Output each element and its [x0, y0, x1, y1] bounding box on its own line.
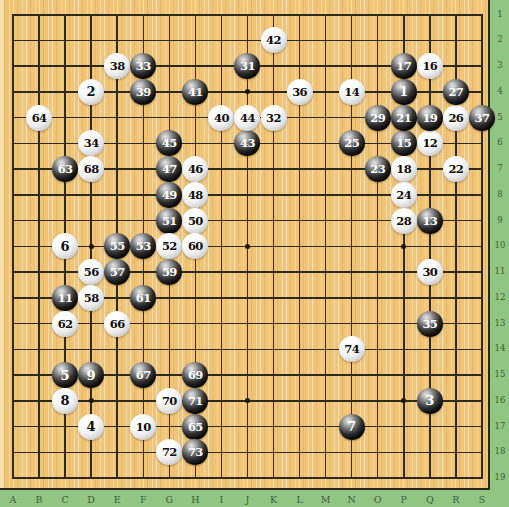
- stone-black-O7: 23: [365, 156, 391, 182]
- stone-white-K2: 42: [261, 27, 287, 53]
- stone-black-H17: 65: [182, 414, 208, 440]
- stone-white-F17: 10: [130, 414, 156, 440]
- star-point-D16: [89, 398, 94, 403]
- stone-black-G7: 47: [156, 156, 182, 182]
- stone-black-Q13: 35: [417, 311, 443, 337]
- stone-black-S5: 37: [469, 105, 495, 131]
- stone-black-G8: 49: [156, 182, 182, 208]
- column-label-P: P: [395, 492, 413, 507]
- stone-black-N6: 25: [339, 130, 365, 156]
- stone-black-J3: 31: [234, 53, 260, 79]
- stone-white-N4: 14: [339, 79, 365, 105]
- column-label-G: G: [160, 492, 178, 507]
- stone-white-D12: 58: [78, 285, 104, 311]
- stone-black-H16: 71: [182, 388, 208, 414]
- stone-white-D11: 56: [78, 259, 104, 285]
- column-label-K: K: [265, 492, 283, 507]
- stone-white-R7: 22: [443, 156, 469, 182]
- row-label-8: 8: [492, 188, 508, 200]
- column-label-D: D: [82, 492, 100, 507]
- grid-line: [325, 14, 327, 480]
- stone-white-P7: 18: [391, 156, 417, 182]
- stone-black-J6: 43: [234, 130, 260, 156]
- stone-black-E10: 55: [104, 233, 130, 259]
- stone-black-Q9: 13: [417, 208, 443, 234]
- stone-white-P8: 24: [391, 182, 417, 208]
- grid-line: [12, 323, 483, 325]
- column-label-H: H: [186, 492, 204, 507]
- stone-black-G11: 59: [156, 259, 182, 285]
- stone-black-N17: 7: [339, 414, 365, 440]
- stone-white-D4: 2: [78, 79, 104, 105]
- stone-black-R4: 27: [443, 79, 469, 105]
- stone-black-C7: 63: [52, 156, 78, 182]
- column-label-S: S: [473, 492, 491, 507]
- stone-black-G6: 45: [156, 130, 182, 156]
- star-point-J10: [245, 244, 250, 249]
- stone-black-P3: 17: [391, 53, 417, 79]
- column-label-I: I: [212, 492, 230, 507]
- stone-black-H4: 41: [182, 79, 208, 105]
- row-label-7: 7: [492, 162, 508, 174]
- grid-line: [12, 477, 483, 479]
- stone-white-E13: 66: [104, 311, 130, 337]
- stone-white-J5: 44: [234, 105, 260, 131]
- grid-line: [273, 14, 275, 480]
- row-label-3: 3: [492, 59, 508, 71]
- column-label-A: A: [4, 492, 22, 507]
- grid-line: [377, 14, 379, 480]
- column-label-M: M: [317, 492, 335, 507]
- stone-black-F3: 33: [130, 53, 156, 79]
- stone-white-D17: 4: [78, 414, 104, 440]
- stone-white-H9: 50: [182, 208, 208, 234]
- stone-white-N14: 74: [339, 336, 365, 362]
- stone-white-H10: 60: [182, 233, 208, 259]
- stone-black-H15: 69: [182, 362, 208, 388]
- stone-black-F15: 67: [130, 362, 156, 388]
- stone-black-C12: 11: [52, 285, 78, 311]
- row-label-18: 18: [492, 445, 508, 457]
- stone-white-H8: 48: [182, 182, 208, 208]
- stone-black-P6: 15: [391, 130, 417, 156]
- stone-white-D6: 34: [78, 130, 104, 156]
- stone-black-E11: 57: [104, 259, 130, 285]
- stone-black-D15: 9: [78, 362, 104, 388]
- row-label-12: 12: [492, 291, 508, 303]
- stone-white-K5: 32: [261, 105, 287, 131]
- stone-white-G10: 52: [156, 233, 182, 259]
- column-label-J: J: [238, 492, 256, 507]
- stone-black-F4: 39: [130, 79, 156, 105]
- row-label-11: 11: [492, 265, 508, 277]
- row-label-6: 6: [492, 136, 508, 148]
- stone-black-G9: 51: [156, 208, 182, 234]
- stone-white-D7: 68: [78, 156, 104, 182]
- stone-white-C10: 6: [52, 233, 78, 259]
- row-label-2: 2: [492, 33, 508, 45]
- stone-black-Q16: 3: [417, 388, 443, 414]
- stone-white-R5: 26: [443, 105, 469, 131]
- star-point-P16: [401, 398, 406, 403]
- row-label-1: 1: [492, 8, 508, 20]
- row-label-15: 15: [492, 368, 508, 380]
- star-point-J16: [245, 398, 250, 403]
- stone-white-Q3: 16: [417, 53, 443, 79]
- stone-white-G18: 72: [156, 439, 182, 465]
- row-label-17: 17: [492, 420, 508, 432]
- grid-line: [481, 14, 483, 480]
- stone-black-P5: 21: [391, 105, 417, 131]
- column-label-E: E: [108, 492, 126, 507]
- column-label-B: B: [30, 492, 48, 507]
- stone-black-H18: 73: [182, 439, 208, 465]
- grid-line: [12, 349, 483, 351]
- stone-white-I5: 40: [208, 105, 234, 131]
- row-label-10: 10: [492, 239, 508, 251]
- column-label-F: F: [134, 492, 152, 507]
- column-label-R: R: [447, 492, 465, 507]
- column-label-O: O: [369, 492, 387, 507]
- row-label-13: 13: [492, 317, 508, 329]
- stone-white-G16: 70: [156, 388, 182, 414]
- row-label-4: 4: [492, 85, 508, 97]
- stone-black-C15: 5: [52, 362, 78, 388]
- stone-black-F12: 61: [130, 285, 156, 311]
- row-label-19: 19: [492, 471, 508, 483]
- row-label-9: 9: [492, 214, 508, 226]
- stone-black-P4: 1: [391, 79, 417, 105]
- row-label-14: 14: [492, 342, 508, 354]
- column-label-L: L: [291, 492, 309, 507]
- column-label-C: C: [56, 492, 74, 507]
- stone-white-C13: 62: [52, 311, 78, 337]
- column-label-Q: Q: [421, 492, 439, 507]
- stone-black-F10: 53: [130, 233, 156, 259]
- stone-white-C16: 8: [52, 388, 78, 414]
- star-point-D10: [89, 244, 94, 249]
- stone-white-E3: 38: [104, 53, 130, 79]
- stone-white-H7: 46: [182, 156, 208, 182]
- stone-white-Q11: 30: [417, 259, 443, 285]
- stone-white-P9: 28: [391, 208, 417, 234]
- go-game-diagram: 1234567891011121314151617181921222324252…: [0, 0, 509, 507]
- column-label-N: N: [343, 492, 361, 507]
- go-board: 1234567891011121314151617181921222324252…: [0, 0, 490, 490]
- star-point-P10: [401, 244, 406, 249]
- stone-white-L4: 36: [287, 79, 313, 105]
- grid-line: [12, 452, 483, 454]
- star-point-J4: [245, 89, 250, 94]
- row-label-16: 16: [492, 394, 508, 406]
- stone-black-Q5: 19: [417, 105, 443, 131]
- stone-black-O5: 29: [365, 105, 391, 131]
- stone-white-Q6: 12: [417, 130, 443, 156]
- stone-white-B5: 64: [26, 105, 52, 131]
